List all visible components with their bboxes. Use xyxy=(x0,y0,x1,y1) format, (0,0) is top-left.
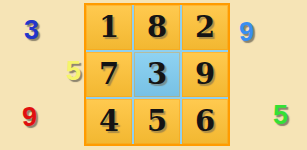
cell-r1c0[interactable]: 7 xyxy=(86,52,132,97)
outer-digit-right-top: 9 xyxy=(239,19,254,46)
outer-digit-left-middle: 5 xyxy=(66,58,81,85)
cell-r1c1-highlighted[interactable]: 3 xyxy=(134,52,180,97)
cell-r2c1[interactable]: 5 xyxy=(134,99,180,144)
outer-digit-left-bottom: 9 xyxy=(22,104,37,131)
cell-r0c1[interactable]: 8 xyxy=(134,5,180,50)
cell-r1c2[interactable]: 9 xyxy=(182,52,228,97)
outer-digit-right-bottom: 5 xyxy=(273,102,288,129)
outer-digit-left-top: 3 xyxy=(24,17,39,44)
cell-r0c2[interactable]: 2 xyxy=(182,5,228,50)
puzzle-board: 1 8 2 7 3 9 4 5 6 3 5 9 9 5 xyxy=(0,0,307,150)
number-grid: 1 8 2 7 3 9 4 5 6 xyxy=(84,3,230,146)
cell-r2c0[interactable]: 4 xyxy=(86,99,132,144)
cell-r0c0[interactable]: 1 xyxy=(86,5,132,50)
cell-r2c2[interactable]: 6 xyxy=(182,99,228,144)
